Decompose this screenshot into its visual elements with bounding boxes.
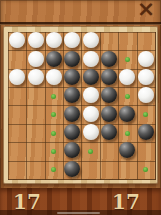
white-disc bbox=[138, 51, 154, 67]
board-cell-g4[interactable] bbox=[118, 87, 136, 105]
white-disc bbox=[83, 32, 99, 48]
black-disc bbox=[119, 106, 135, 122]
board-cell-b4[interactable] bbox=[26, 87, 44, 105]
legal-move-dot bbox=[125, 57, 130, 62]
board-cell-d8[interactable] bbox=[63, 161, 81, 179]
board-cell-f8[interactable] bbox=[100, 161, 118, 179]
board-cell-d5[interactable] bbox=[63, 106, 81, 124]
board-cell-a3[interactable] bbox=[8, 69, 26, 87]
board-cell-d1[interactable] bbox=[63, 32, 81, 50]
board-cell-h4[interactable] bbox=[137, 87, 155, 105]
board-cell-g7[interactable] bbox=[118, 142, 136, 160]
board-cell-a4[interactable] bbox=[8, 87, 26, 105]
white-disc bbox=[119, 69, 135, 85]
board-cell-a1[interactable] bbox=[8, 32, 26, 50]
board-cell-c3[interactable] bbox=[45, 69, 63, 87]
board-cell-e7[interactable] bbox=[82, 142, 100, 160]
white-disc bbox=[138, 69, 154, 85]
board-cell-d3[interactable] bbox=[63, 69, 81, 87]
white-disc bbox=[9, 32, 25, 48]
board-cell-d7[interactable] bbox=[63, 142, 81, 160]
board-cell-f5[interactable] bbox=[100, 106, 118, 124]
black-disc bbox=[64, 124, 80, 140]
board-cell-f2[interactable] bbox=[100, 50, 118, 68]
white-disc bbox=[28, 32, 44, 48]
board-cell-b1[interactable] bbox=[26, 32, 44, 50]
board-cell-d6[interactable] bbox=[63, 124, 81, 142]
white-disc bbox=[46, 69, 62, 85]
black-disc bbox=[119, 142, 135, 158]
board-cell-a7[interactable] bbox=[8, 142, 26, 160]
white-disc bbox=[9, 69, 25, 85]
white-disc bbox=[83, 51, 99, 67]
board-frame bbox=[3, 26, 158, 184]
board-cell-f1[interactable] bbox=[100, 32, 118, 50]
board-cell-h1[interactable] bbox=[137, 32, 155, 50]
black-disc bbox=[64, 51, 80, 67]
board-cell-f6[interactable] bbox=[100, 124, 118, 142]
board-cell-h6[interactable] bbox=[137, 124, 155, 142]
black-disc bbox=[101, 124, 117, 140]
black-disc bbox=[101, 69, 117, 85]
board-cell-a5[interactable] bbox=[8, 106, 26, 124]
board-cell-e5[interactable] bbox=[82, 106, 100, 124]
board-cell-h5[interactable] bbox=[137, 106, 155, 124]
legal-move-dot bbox=[125, 131, 130, 136]
white-disc bbox=[64, 32, 80, 48]
legal-move-dot bbox=[51, 112, 56, 117]
board-cell-b6[interactable] bbox=[26, 124, 44, 142]
board-cell-c1[interactable] bbox=[45, 32, 63, 50]
board-cell-b2[interactable] bbox=[26, 50, 44, 68]
black-disc bbox=[64, 161, 80, 177]
board-grid[interactable] bbox=[8, 32, 156, 180]
black-disc bbox=[83, 69, 99, 85]
board-cell-c8[interactable] bbox=[45, 161, 63, 179]
board-cell-c6[interactable] bbox=[45, 124, 63, 142]
board-cell-h7[interactable] bbox=[137, 142, 155, 160]
board-cell-f7[interactable] bbox=[100, 142, 118, 160]
white-disc bbox=[28, 51, 44, 67]
board-cell-b5[interactable] bbox=[26, 106, 44, 124]
black-disc bbox=[101, 106, 117, 122]
close-icon[interactable]: ✕ bbox=[135, 0, 157, 22]
board-cell-e2[interactable] bbox=[82, 50, 100, 68]
board-cell-c2[interactable] bbox=[45, 50, 63, 68]
legal-move-dot bbox=[143, 112, 148, 117]
board-cell-d2[interactable] bbox=[63, 50, 81, 68]
board-cell-f4[interactable] bbox=[100, 87, 118, 105]
black-disc bbox=[64, 87, 80, 103]
white-disc bbox=[138, 87, 154, 103]
board-cell-g1[interactable] bbox=[118, 32, 136, 50]
black-disc bbox=[64, 142, 80, 158]
black-disc bbox=[64, 69, 80, 85]
board-cell-e8[interactable] bbox=[82, 161, 100, 179]
board-cell-g6[interactable] bbox=[118, 124, 136, 142]
board-cell-a6[interactable] bbox=[8, 124, 26, 142]
board-cell-d4[interactable] bbox=[63, 87, 81, 105]
board-cell-e1[interactable] bbox=[82, 32, 100, 50]
board-cell-b8[interactable] bbox=[26, 161, 44, 179]
board-cell-c5[interactable] bbox=[45, 106, 63, 124]
board-cell-g5[interactable] bbox=[118, 106, 136, 124]
white-disc bbox=[83, 124, 99, 140]
white-disc bbox=[46, 32, 62, 48]
board-cell-a8[interactable] bbox=[8, 161, 26, 179]
board-cell-b7[interactable] bbox=[26, 142, 44, 160]
board-cell-b3[interactable] bbox=[26, 69, 44, 87]
board-cell-e6[interactable] bbox=[82, 124, 100, 142]
legal-move-dot bbox=[51, 167, 56, 172]
board-cell-e4[interactable] bbox=[82, 87, 100, 105]
white-disc bbox=[83, 106, 99, 122]
board-cell-g8[interactable] bbox=[118, 161, 136, 179]
black-disc bbox=[101, 87, 117, 103]
legal-move-dot bbox=[51, 131, 56, 136]
board-cell-c7[interactable] bbox=[45, 142, 63, 160]
reversi-app-window: ✕ 17 17 bbox=[0, 0, 161, 215]
title-bar-divider bbox=[0, 22, 161, 25]
black-disc bbox=[64, 106, 80, 122]
legal-move-dot bbox=[143, 167, 148, 172]
board-cell-f3[interactable] bbox=[100, 69, 118, 87]
black-disc bbox=[138, 124, 154, 140]
legal-move-dot bbox=[51, 149, 56, 154]
board-cell-g3[interactable] bbox=[118, 69, 136, 87]
legal-move-dot bbox=[125, 94, 130, 99]
black-disc bbox=[46, 51, 62, 67]
board-cell-h3[interactable] bbox=[137, 69, 155, 87]
board-cell-g2[interactable] bbox=[118, 50, 136, 68]
board-cell-e3[interactable] bbox=[82, 69, 100, 87]
board-cell-h2[interactable] bbox=[137, 50, 155, 68]
black-disc bbox=[101, 51, 117, 67]
board-cell-c4[interactable] bbox=[45, 87, 63, 105]
bottom-handle bbox=[57, 212, 100, 214]
legal-move-dot bbox=[88, 149, 93, 154]
board-cell-a2[interactable] bbox=[8, 50, 26, 68]
white-disc bbox=[28, 69, 44, 85]
legal-move-dot bbox=[51, 94, 56, 99]
board-cell-h8[interactable] bbox=[137, 161, 155, 179]
white-disc bbox=[83, 87, 99, 103]
